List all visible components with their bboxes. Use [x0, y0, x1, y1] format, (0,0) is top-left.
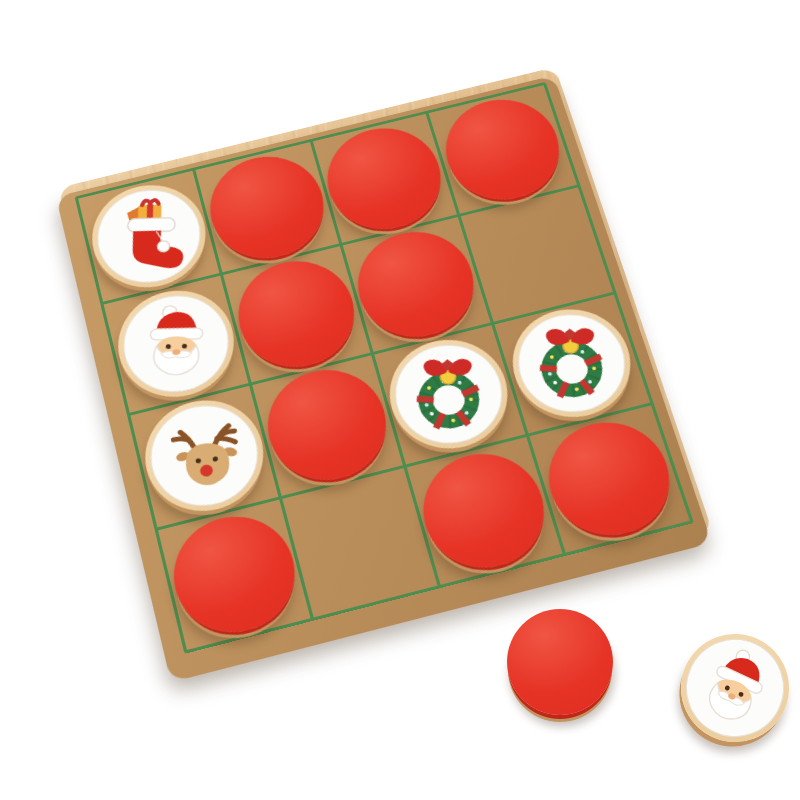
tile-wreath[interactable]: [499, 298, 645, 430]
face-down-disc[interactable]: [199, 145, 336, 269]
santa-icon: [676, 629, 793, 746]
face-down-disc[interactable]: [433, 88, 572, 210]
face-down-disc[interactable]: [316, 117, 454, 240]
scene: [0, 0, 800, 800]
face-down-disc[interactable]: [256, 358, 399, 492]
tile-santa[interactable]: [663, 616, 800, 760]
tile-face: [670, 623, 800, 753]
tile-face: [394, 343, 504, 444]
tile-reindeer[interactable]: [134, 388, 276, 523]
santa-icon: [127, 299, 223, 389]
tile-face: [516, 313, 628, 414]
wreath-icon: [399, 348, 499, 439]
game-board: [58, 67, 713, 672]
tile-stocking[interactable]: [81, 174, 216, 299]
tile-face: [122, 294, 229, 393]
face-down-disc[interactable]: [507, 609, 613, 715]
tile-wreath[interactable]: [377, 328, 522, 461]
face-down-disc[interactable]: [346, 220, 487, 348]
reindeer-icon: [155, 409, 253, 502]
stocking-icon: [101, 193, 196, 279]
tile-face: [149, 404, 257, 507]
wreath-icon: [521, 318, 622, 409]
face-down-disc[interactable]: [534, 410, 684, 547]
face-down-disc[interactable]: [162, 504, 307, 645]
tile-santa[interactable]: [107, 279, 245, 409]
face-down-disc[interactable]: [410, 441, 558, 580]
face-down-disc[interactable]: [227, 249, 367, 378]
board-grid: [75, 82, 694, 654]
tile-face: [96, 188, 201, 284]
